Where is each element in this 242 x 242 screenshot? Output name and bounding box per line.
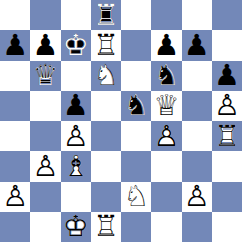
white-knight-fill: ♞ — [121, 182, 151, 212]
black-pawn-fill: ♟ — [30, 30, 60, 60]
white-rook: ♖ — [91, 212, 121, 242]
white-knight-fill: ♞ — [91, 61, 121, 91]
square-f5[interactable]: ♛♕ — [151, 91, 181, 121]
square-g3[interactable] — [182, 151, 212, 181]
white-bishop: ♗ — [61, 151, 91, 181]
square-h7[interactable] — [212, 30, 242, 60]
square-b7[interactable]: ♟ — [30, 30, 60, 60]
square-c8[interactable] — [61, 0, 91, 30]
square-a3[interactable] — [0, 151, 30, 181]
square-b2[interactable] — [30, 182, 60, 212]
square-a4[interactable] — [0, 121, 30, 151]
square-e7[interactable] — [121, 30, 151, 60]
white-pawn: ♙ — [30, 151, 60, 181]
square-h8[interactable] — [212, 0, 242, 30]
square-b8[interactable] — [30, 0, 60, 30]
square-e5[interactable]: ♞♘ — [121, 91, 151, 121]
square-b1[interactable] — [30, 212, 60, 242]
white-rook: ♖ — [212, 121, 242, 151]
black-king: ♔ — [61, 30, 91, 60]
square-c7[interactable]: ♚♔ — [61, 30, 91, 60]
square-d6[interactable]: ♞♘ — [91, 61, 121, 91]
white-pawn: ♙ — [61, 121, 91, 151]
square-e4[interactable] — [121, 121, 151, 151]
square-g8[interactable] — [182, 0, 212, 30]
black-knight-fill: ♞ — [151, 61, 181, 91]
square-f6[interactable]: ♞♘ — [151, 61, 181, 91]
white-knight: ♘ — [91, 61, 121, 91]
white-rook-fill: ♜ — [91, 212, 121, 242]
black-pawn-fill: ♟ — [61, 91, 91, 121]
square-f4[interactable]: ♟♙ — [151, 121, 181, 151]
black-queen-fill: ♛ — [30, 61, 60, 91]
square-h4[interactable]: ♜♖ — [212, 121, 242, 151]
square-d5[interactable] — [91, 91, 121, 121]
white-pawn-fill: ♟ — [30, 151, 60, 181]
white-knight: ♘ — [121, 182, 151, 212]
square-h5[interactable]: ♟♙ — [212, 91, 242, 121]
square-b3[interactable]: ♟♙ — [30, 151, 60, 181]
white-pawn-fill: ♟ — [182, 182, 212, 212]
white-king: ♔ — [61, 212, 91, 242]
square-d3[interactable] — [91, 151, 121, 181]
square-f3[interactable] — [151, 151, 181, 181]
black-rook: ♖ — [91, 0, 121, 30]
white-king-fill: ♚ — [61, 212, 91, 242]
square-g7[interactable]: ♟ — [182, 30, 212, 60]
square-d8[interactable]: ♜♖ — [91, 0, 121, 30]
square-c4[interactable]: ♟♙ — [61, 121, 91, 151]
square-e6[interactable] — [121, 61, 151, 91]
square-h1[interactable] — [212, 212, 242, 242]
square-b4[interactable] — [30, 121, 60, 151]
square-f1[interactable] — [151, 212, 181, 242]
square-b5[interactable] — [30, 91, 60, 121]
square-g5[interactable] — [182, 91, 212, 121]
white-pawn-fill: ♟ — [151, 121, 181, 151]
white-pawn-fill: ♟ — [0, 182, 30, 212]
square-h6[interactable]: ♟ — [212, 61, 242, 91]
white-pawn-fill: ♟ — [61, 121, 91, 151]
square-e8[interactable] — [121, 0, 151, 30]
square-g6[interactable] — [182, 61, 212, 91]
black-pawn-fill: ♟ — [182, 30, 212, 60]
square-b6[interactable]: ♛♕ — [30, 61, 60, 91]
square-c5[interactable]: ♟ — [61, 91, 91, 121]
white-pawn-fill: ♟ — [212, 91, 242, 121]
square-a1[interactable] — [0, 212, 30, 242]
white-pawn: ♙ — [182, 182, 212, 212]
square-d1[interactable]: ♜♖ — [91, 212, 121, 242]
black-rook-fill: ♜ — [91, 0, 121, 30]
chess-board: ♜♖♟♟♚♔♜♖♟♟♛♕♞♘♞♘♟♟♞♘♛♕♟♙♟♙♟♙♜♖♟♙♝♗♟♙♞♘♟♙… — [0, 0, 242, 242]
square-c2[interactable] — [61, 182, 91, 212]
square-g2[interactable]: ♟♙ — [182, 182, 212, 212]
white-rook-fill: ♜ — [212, 121, 242, 151]
square-d2[interactable] — [91, 182, 121, 212]
square-h2[interactable] — [212, 182, 242, 212]
black-king-fill: ♚ — [61, 30, 91, 60]
square-f8[interactable] — [151, 0, 181, 30]
white-pawn: ♙ — [0, 182, 30, 212]
square-d7[interactable]: ♜♖ — [91, 30, 121, 60]
square-e3[interactable] — [121, 151, 151, 181]
square-f2[interactable] — [151, 182, 181, 212]
white-rook-fill: ♜ — [91, 30, 121, 60]
white-pawn: ♙ — [151, 121, 181, 151]
white-queen: ♕ — [151, 91, 181, 121]
square-c1[interactable]: ♚♔ — [61, 212, 91, 242]
square-c6[interactable] — [61, 61, 91, 91]
square-a5[interactable] — [0, 91, 30, 121]
square-e1[interactable] — [121, 212, 151, 242]
square-a7[interactable]: ♟ — [0, 30, 30, 60]
square-a8[interactable] — [0, 0, 30, 30]
black-pawn-fill: ♟ — [212, 61, 242, 91]
square-h3[interactable] — [212, 151, 242, 181]
white-bishop-fill: ♝ — [61, 151, 91, 181]
black-queen: ♕ — [30, 61, 60, 91]
square-e2[interactable]: ♞♘ — [121, 182, 151, 212]
white-pawn: ♙ — [212, 91, 242, 121]
square-f7[interactable]: ♟ — [151, 30, 181, 60]
square-c3[interactable]: ♝♗ — [61, 151, 91, 181]
black-knight-fill: ♞ — [121, 91, 151, 121]
black-pawn-fill: ♟ — [151, 30, 181, 60]
white-queen-fill: ♛ — [151, 91, 181, 121]
white-rook: ♖ — [91, 30, 121, 60]
square-a2[interactable]: ♟♙ — [0, 182, 30, 212]
square-g4[interactable] — [182, 121, 212, 151]
black-knight: ♘ — [151, 61, 181, 91]
square-a6[interactable] — [0, 61, 30, 91]
black-pawn-fill: ♟ — [0, 30, 30, 60]
black-knight: ♘ — [121, 91, 151, 121]
square-d4[interactable] — [91, 121, 121, 151]
square-g1[interactable] — [182, 212, 212, 242]
